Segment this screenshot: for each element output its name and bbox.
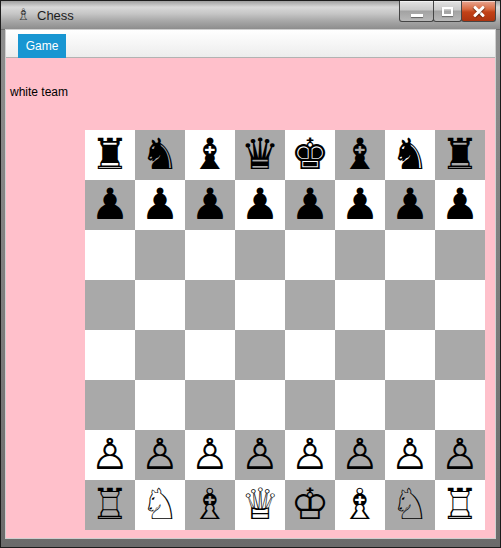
client-area: Game white team ♜♞♝♛♚♝♞♜♟♟♟♟♟♟♟♟♙♙♙♙♙♙♙♙…: [6, 30, 495, 538]
chess-piece: ♟: [135, 180, 185, 229]
turn-label: white team: [10, 85, 68, 99]
board-square[interactable]: ♖: [85, 480, 135, 530]
chess-piece: ♟: [435, 180, 485, 229]
board-square[interactable]: [85, 230, 135, 280]
chess-piece: ♘: [385, 480, 435, 529]
board-square[interactable]: ♟: [335, 180, 385, 230]
close-button[interactable]: [461, 1, 496, 22]
board-square[interactable]: ♟: [285, 180, 335, 230]
board-square[interactable]: ♟: [135, 180, 185, 230]
board-square[interactable]: [385, 380, 435, 430]
board-square[interactable]: [135, 230, 185, 280]
maximize-icon: [442, 7, 453, 16]
chess-piece: ♙: [185, 430, 235, 479]
chess-piece: ♞: [385, 130, 435, 179]
bishop-icon: ♗: [16, 6, 30, 24]
board-square[interactable]: ♙: [185, 430, 235, 480]
board-square[interactable]: [185, 330, 235, 380]
chess-piece: ♖: [85, 480, 135, 529]
chess-piece: ♛: [235, 130, 285, 179]
board-square[interactable]: [285, 330, 335, 380]
board-square[interactable]: [435, 230, 485, 280]
close-icon: [472, 4, 486, 18]
board-square[interactable]: ♟: [85, 180, 135, 230]
chess-piece: ♙: [285, 430, 335, 479]
chess-piece: ♙: [385, 430, 435, 479]
board-square[interactable]: [185, 380, 235, 430]
board-square[interactable]: [435, 380, 485, 430]
board-square[interactable]: [85, 380, 135, 430]
chess-piece: ♙: [335, 430, 385, 479]
chess-piece: ♟: [385, 180, 435, 229]
minimize-button[interactable]: [399, 1, 434, 22]
board-square[interactable]: [285, 380, 335, 430]
chess-piece: ♝: [335, 130, 385, 179]
board-square[interactable]: ♝: [185, 130, 235, 180]
board-square[interactable]: ♘: [385, 480, 435, 530]
chess-piece: ♕: [235, 480, 285, 529]
chess-piece: ♙: [235, 430, 285, 479]
board-square[interactable]: ♞: [385, 130, 435, 180]
board-square[interactable]: [335, 380, 385, 430]
menu-item-game[interactable]: Game: [18, 34, 66, 58]
board-square[interactable]: [235, 380, 285, 430]
board-square[interactable]: ♙: [235, 430, 285, 480]
board-square[interactable]: ♙: [285, 430, 335, 480]
chess-piece: ♖: [435, 480, 485, 529]
board-square[interactable]: ♔: [285, 480, 335, 530]
board-square[interactable]: ♜: [85, 130, 135, 180]
board-square[interactable]: [335, 280, 385, 330]
chess-piece: ♟: [85, 180, 135, 229]
board-square[interactable]: [285, 280, 335, 330]
board-square[interactable]: ♗: [185, 480, 235, 530]
board-square[interactable]: [185, 230, 235, 280]
board-square[interactable]: [435, 280, 485, 330]
board-square[interactable]: ♟: [435, 180, 485, 230]
chess-piece: ♞: [135, 130, 185, 179]
chess-piece: ♟: [335, 180, 385, 229]
chess-piece: ♟: [285, 180, 335, 229]
board-square[interactable]: ♙: [335, 430, 385, 480]
chess-piece: ♔: [285, 480, 335, 529]
maximize-button[interactable]: [433, 1, 462, 22]
board-square[interactable]: [135, 380, 185, 430]
board-square[interactable]: [235, 330, 285, 380]
board-square[interactable]: [285, 230, 335, 280]
chess-board: ♜♞♝♛♚♝♞♜♟♟♟♟♟♟♟♟♙♙♙♙♙♙♙♙♖♘♗♕♔♗♘♖: [85, 130, 485, 530]
chess-piece: ♚: [285, 130, 335, 179]
board-square[interactable]: ♖: [435, 480, 485, 530]
chess-piece: ♙: [135, 430, 185, 479]
board-square[interactable]: [385, 330, 435, 380]
board-square[interactable]: [385, 280, 435, 330]
board-square[interactable]: [335, 330, 385, 380]
chess-piece: ♜: [435, 130, 485, 179]
chess-piece: ♙: [435, 430, 485, 479]
board-square[interactable]: ♗: [335, 480, 385, 530]
chess-piece: ♝: [185, 130, 235, 179]
chess-piece: ♜: [85, 130, 135, 179]
titlebar[interactable]: ♗ Chess: [1, 1, 500, 30]
board-square[interactable]: ♕: [235, 480, 285, 530]
board-square[interactable]: ♘: [135, 480, 185, 530]
window-title: Chess: [37, 8, 74, 23]
board-square[interactable]: [435, 330, 485, 380]
chess-piece: ♘: [135, 480, 185, 529]
board-square[interactable]: ♙: [85, 430, 135, 480]
board-square[interactable]: ♚: [285, 130, 335, 180]
board-square[interactable]: ♙: [385, 430, 435, 480]
board-square[interactable]: ♟: [235, 180, 285, 230]
board-square[interactable]: ♙: [435, 430, 485, 480]
board-square[interactable]: [135, 280, 185, 330]
board-square[interactable]: [235, 280, 285, 330]
board-square[interactable]: ♟: [385, 180, 435, 230]
board-square[interactable]: [185, 280, 235, 330]
board-square[interactable]: [235, 230, 285, 280]
caption-buttons: [399, 1, 495, 22]
board-square[interactable]: [85, 280, 135, 330]
board-square[interactable]: [85, 330, 135, 380]
chess-piece: ♗: [185, 480, 235, 529]
board-square[interactable]: [335, 230, 385, 280]
board-square[interactable]: [385, 230, 435, 280]
minimize-icon: [411, 14, 423, 17]
board-square[interactable]: ♜: [435, 130, 485, 180]
chess-piece: ♗: [335, 480, 385, 529]
board-square[interactable]: ♛: [235, 130, 285, 180]
board-square[interactable]: ♙: [135, 430, 185, 480]
content-panel: white team ♜♞♝♛♚♝♞♜♟♟♟♟♟♟♟♟♙♙♙♙♙♙♙♙♖♘♗♕♔…: [6, 58, 495, 537]
board-square[interactable]: [135, 330, 185, 380]
chess-piece: ♙: [85, 430, 135, 479]
chess-piece: ♟: [235, 180, 285, 229]
board-square[interactable]: ♞: [135, 130, 185, 180]
menu-bar: Game: [6, 30, 495, 58]
board-square[interactable]: ♟: [185, 180, 235, 230]
board-square[interactable]: ♝: [335, 130, 385, 180]
chess-piece: ♟: [185, 180, 235, 229]
app-window: ♗ Chess Game white team ♜♞♝♛♚♝♞♜♟♟♟♟♟♟♟♟…: [0, 0, 501, 548]
